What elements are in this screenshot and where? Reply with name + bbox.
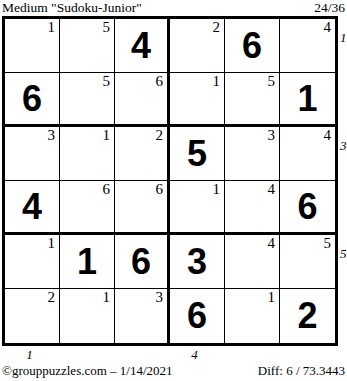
cell-r1c2[interactable]: 5 bbox=[60, 19, 115, 73]
pencil-mark: 1 bbox=[48, 19, 56, 35]
cell-r1c6[interactable]: 4 bbox=[280, 19, 335, 73]
cell-r1c1[interactable]: 1 bbox=[5, 19, 60, 73]
pencil-mark: 5 bbox=[324, 235, 332, 251]
cell-r2c5[interactable]: 5 bbox=[225, 73, 280, 127]
cell-r5c4[interactable]: 3 bbox=[170, 235, 225, 289]
cell-value: 3 bbox=[170, 235, 224, 288]
pencil-mark: 4 bbox=[268, 181, 276, 197]
col-label-4: 4 bbox=[185, 347, 205, 362]
pencil-mark: 5 bbox=[268, 73, 276, 89]
cell-r5c3[interactable]: 6 bbox=[115, 235, 170, 289]
cell-value: 1 bbox=[60, 235, 114, 288]
difficulty-text: Diff: 6 / 73.3443 bbox=[258, 363, 345, 378]
pencil-mark: 3 bbox=[48, 127, 56, 143]
pencil-mark: 3 bbox=[156, 289, 164, 305]
pencil-mark: 2 bbox=[48, 289, 56, 305]
pencil-mark: 4 bbox=[324, 19, 332, 35]
cell-r3c5[interactable]: 3 bbox=[225, 127, 280, 181]
cell-r4c1[interactable]: 4 bbox=[5, 181, 60, 235]
cell-r4c3[interactable]: 6 bbox=[115, 181, 170, 235]
cell-r3c1[interactable]: 3 bbox=[5, 127, 60, 181]
copyright-text: ©grouppuzzles.com – 1/14/2021 bbox=[2, 363, 173, 378]
cell-value: 4 bbox=[115, 19, 167, 72]
pencil-mark: 1 bbox=[213, 181, 221, 197]
cell-value: 6 bbox=[170, 289, 224, 343]
cell-r5c5[interactable]: 4 bbox=[225, 235, 280, 289]
cell-r4c2[interactable]: 6 bbox=[60, 181, 115, 235]
cell-r4c6[interactable]: 6 bbox=[280, 181, 335, 235]
cell-r3c3[interactable]: 2 bbox=[115, 127, 170, 181]
cell-r3c6[interactable]: 4 bbox=[280, 127, 335, 181]
cell-r1c5[interactable]: 6 bbox=[225, 19, 280, 73]
page-header: Medium "Sudoku-Junior" 24/36 bbox=[2, 0, 345, 15]
cell-r6c1[interactable]: 2 bbox=[5, 289, 60, 343]
page-title: Medium "Sudoku-Junior" bbox=[2, 0, 142, 15]
puzzle-page: Medium "Sudoku-Junior" 24/36 15426465615… bbox=[0, 0, 347, 381]
cell-r3c2[interactable]: 1 bbox=[60, 127, 115, 181]
cell-r5c1[interactable]: 1 bbox=[5, 235, 60, 289]
pencil-mark: 2 bbox=[156, 127, 164, 143]
col-label-1: 1 bbox=[20, 347, 40, 362]
row-label-1: 1 bbox=[340, 30, 347, 46]
pencil-mark: 5 bbox=[103, 19, 111, 35]
cell-r2c2[interactable]: 5 bbox=[60, 73, 115, 127]
cell-value: 6 bbox=[5, 73, 59, 124]
pencil-mark: 6 bbox=[103, 181, 111, 197]
cell-value: 5 bbox=[170, 127, 224, 180]
cell-r6c6[interactable]: 2 bbox=[280, 289, 335, 343]
page-footer: ©grouppuzzles.com – 1/14/2021 Diff: 6 / … bbox=[2, 363, 345, 378]
pencil-mark: 4 bbox=[324, 127, 332, 143]
cell-r1c3[interactable]: 4 bbox=[115, 19, 170, 73]
progress-counter: 24/36 bbox=[314, 0, 345, 15]
cell-r6c4[interactable]: 6 bbox=[170, 289, 225, 343]
cell-r6c3[interactable]: 3 bbox=[115, 289, 170, 343]
cell-value: 4 bbox=[5, 181, 59, 232]
cell-r5c6[interactable]: 5 bbox=[280, 235, 335, 289]
pencil-mark: 3 bbox=[268, 127, 276, 143]
cell-r6c5[interactable]: 1 bbox=[225, 289, 280, 343]
pencil-mark: 1 bbox=[268, 289, 276, 305]
cell-r2c4[interactable]: 1 bbox=[170, 73, 225, 127]
cell-r4c4[interactable]: 1 bbox=[170, 181, 225, 235]
cell-value: 6 bbox=[115, 235, 167, 288]
pencil-mark: 1 bbox=[103, 289, 111, 305]
cell-r5c2[interactable]: 1 bbox=[60, 235, 115, 289]
cell-r4c5[interactable]: 4 bbox=[225, 181, 280, 235]
cell-r6c2[interactable]: 1 bbox=[60, 289, 115, 343]
cell-value: 1 bbox=[280, 73, 335, 124]
cell-r3c4[interactable]: 5 bbox=[170, 127, 225, 181]
pencil-mark: 6 bbox=[156, 181, 164, 197]
cell-value: 2 bbox=[280, 289, 335, 343]
cell-value: 6 bbox=[225, 19, 279, 72]
pencil-mark: 1 bbox=[213, 73, 221, 89]
pencil-mark: 2 bbox=[213, 19, 221, 35]
pencil-mark: 1 bbox=[103, 127, 111, 143]
cell-r2c3[interactable]: 6 bbox=[115, 73, 170, 127]
row-label-3: 3 bbox=[340, 138, 347, 154]
pencil-mark: 5 bbox=[103, 73, 111, 89]
cell-r1c4[interactable]: 2 bbox=[170, 19, 225, 73]
pencil-mark: 6 bbox=[156, 73, 164, 89]
cell-r2c1[interactable]: 6 bbox=[5, 73, 60, 127]
pencil-mark: 4 bbox=[268, 235, 276, 251]
sudoku-board: 154264656151312534466146116345213612 bbox=[2, 16, 338, 346]
cell-r2c6[interactable]: 1 bbox=[280, 73, 335, 127]
pencil-mark: 1 bbox=[48, 235, 56, 251]
row-label-5: 5 bbox=[340, 246, 347, 262]
cell-value: 6 bbox=[280, 181, 335, 232]
